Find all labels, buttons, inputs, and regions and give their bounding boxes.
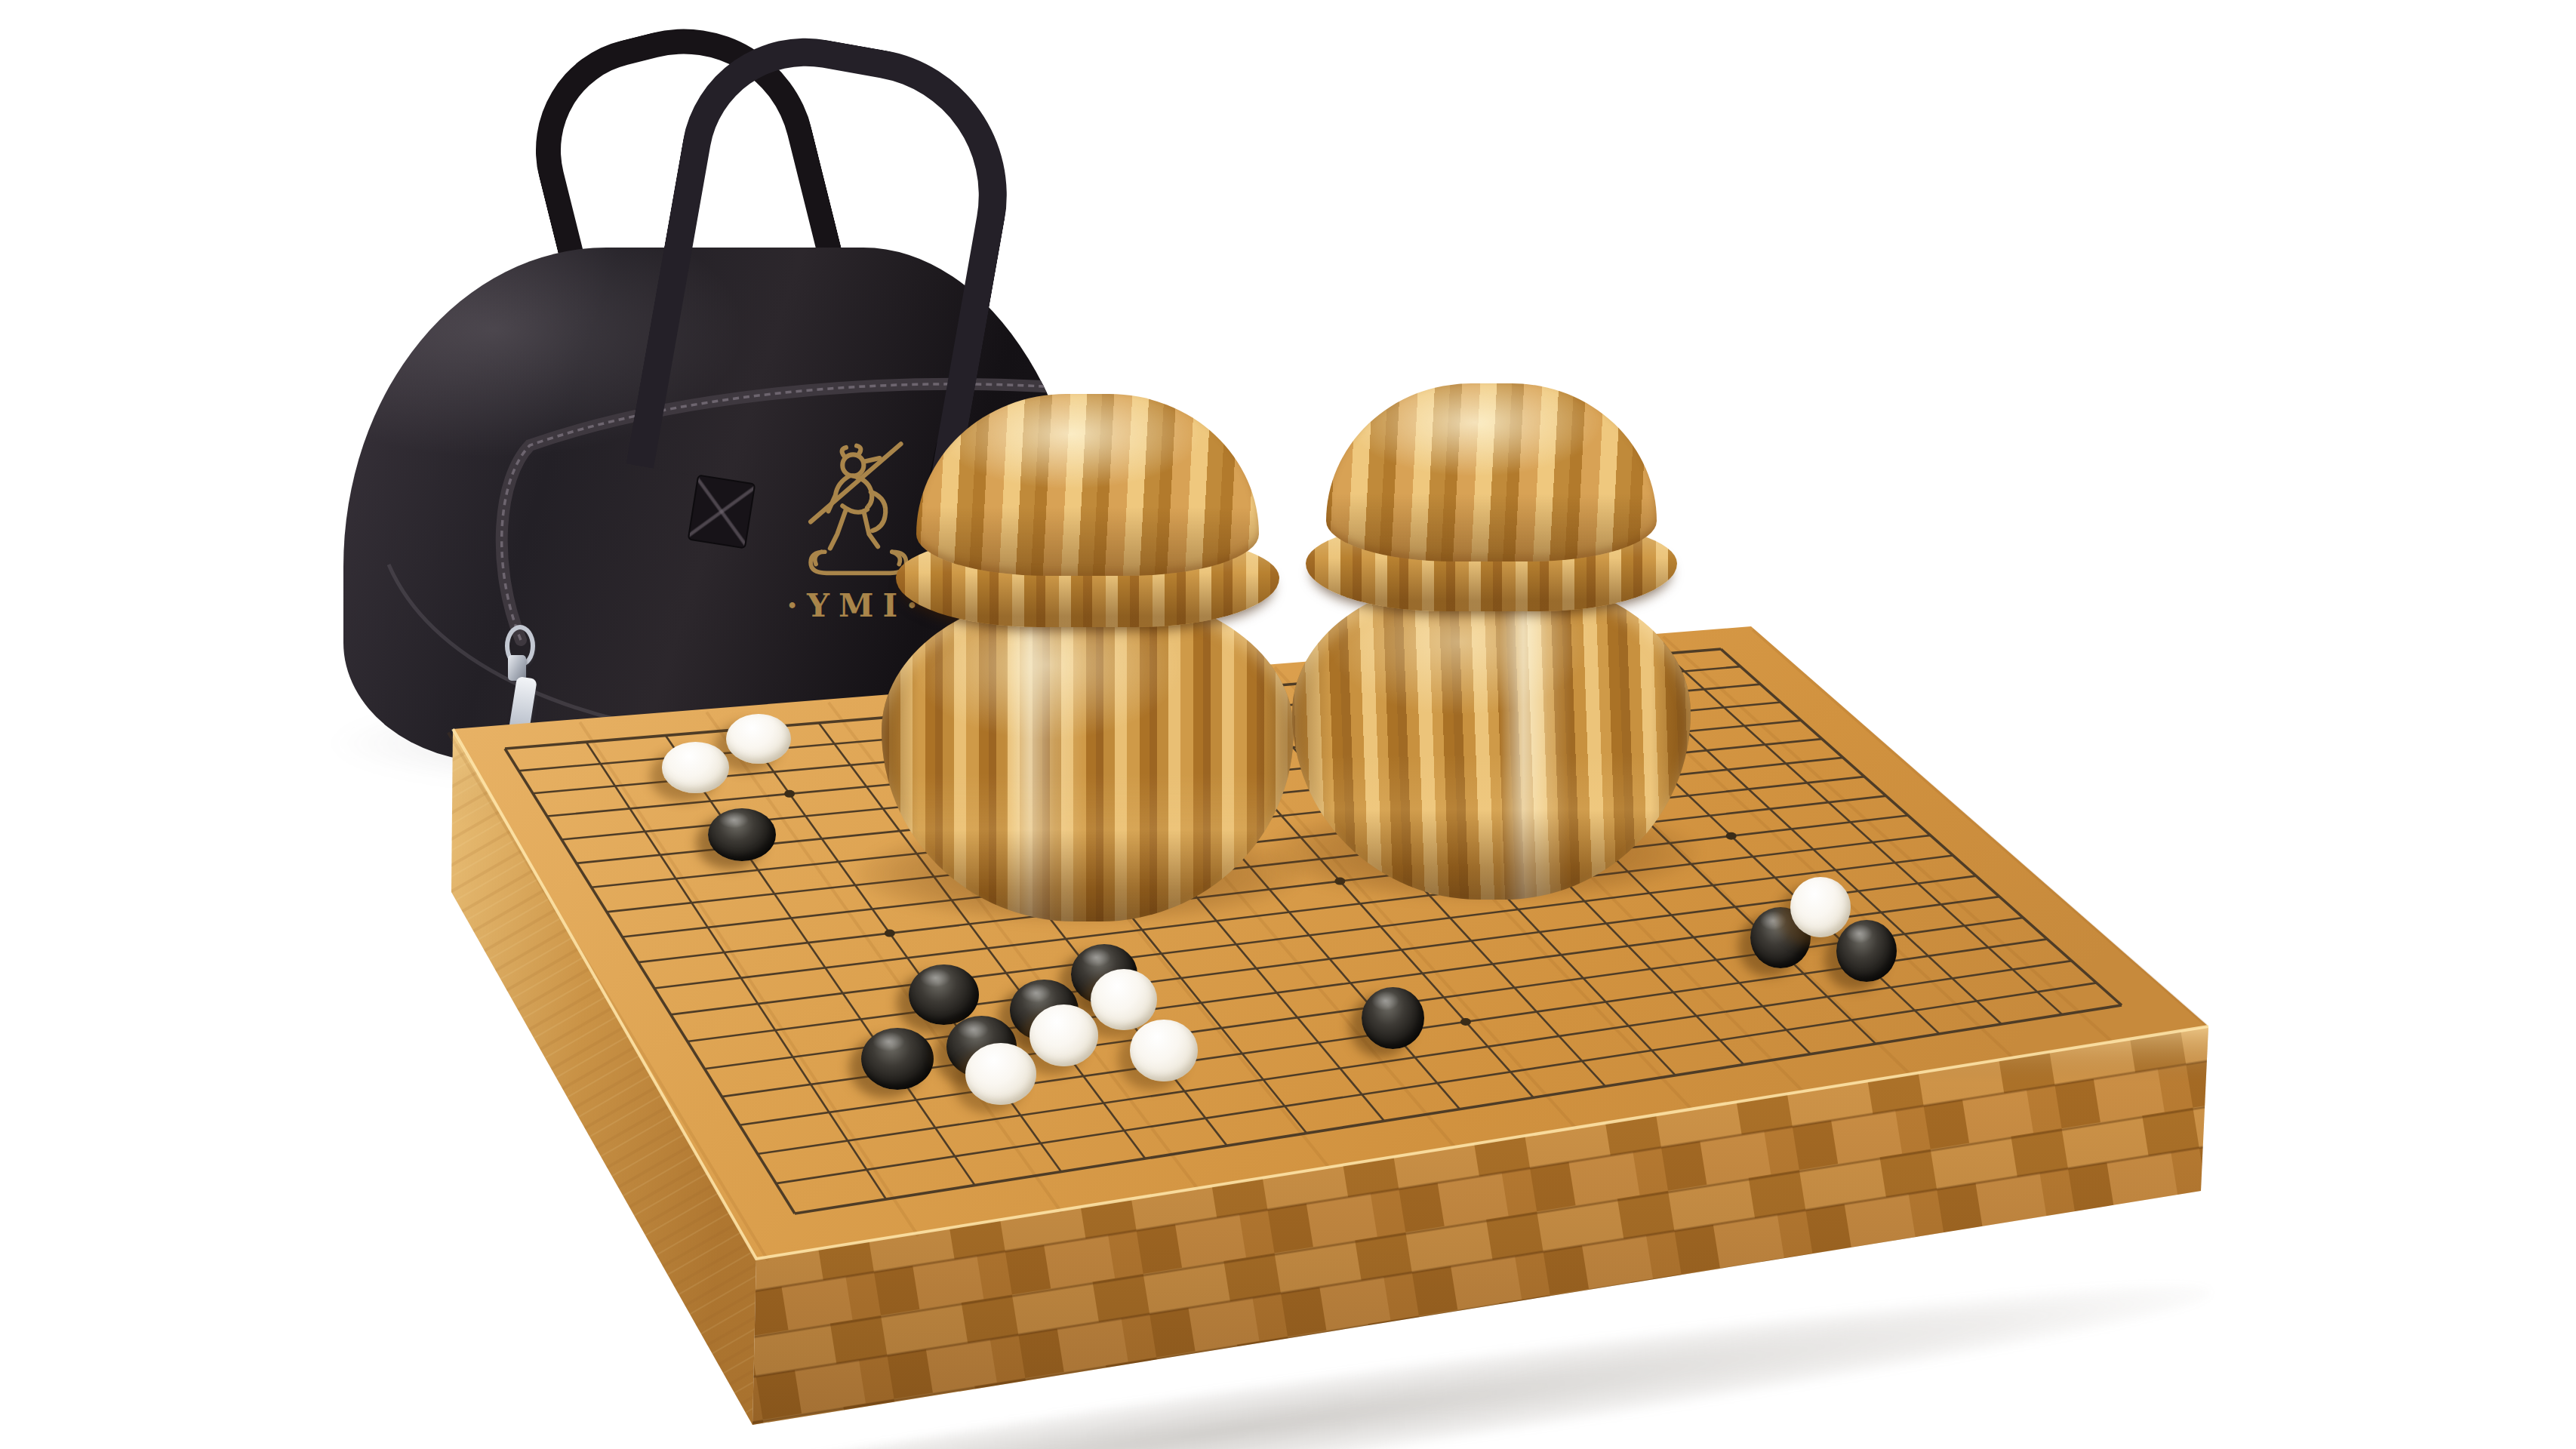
star-point (1460, 1018, 1471, 1026)
go-bowl-right-lid (1326, 383, 1657, 561)
star-point (784, 790, 795, 798)
star-point (1726, 832, 1737, 840)
star-point (885, 930, 895, 937)
star-point (996, 1084, 1006, 1092)
star-point (1861, 961, 1872, 968)
go-bowl-left (882, 394, 1294, 930)
go-bowl-right (1292, 383, 1691, 907)
go-bowl-left-lid (916, 394, 1258, 576)
product-photo-scene: ·YMI· (0, 0, 2576, 1449)
